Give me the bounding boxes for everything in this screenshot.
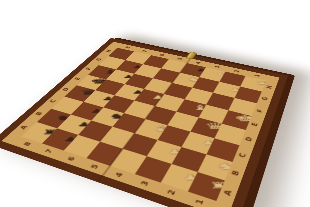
coordinate-label-7: 7	[34, 143, 64, 159]
square-b4[interactable]	[123, 133, 158, 156]
coordinate-label-8: 8	[12, 137, 42, 152]
piece-white-pawn-a2[interactable]: ♟	[176, 174, 205, 182]
coordinate-label-5: 5	[79, 158, 110, 175]
square-d4[interactable]	[145, 106, 176, 125]
piece-white-rook-h1[interactable]: ♜	[250, 81, 273, 86]
square-a7[interactable]: ♟	[42, 128, 78, 150]
square-b7[interactable]: ♟	[57, 115, 91, 135]
piece-black-queen-d8[interactable]: ♛	[77, 89, 101, 96]
coordinate-label-6: 6	[56, 151, 87, 168]
border-corner	[2, 133, 21, 145]
border-corner	[212, 201, 232, 207]
square-b8[interactable]: ♞	[37, 109, 71, 129]
coordinate-label-3: 3	[128, 174, 161, 193]
coordinate-label-D: D	[239, 130, 258, 149]
board-grid: ABCDEFGH8♜♞♛♚♝87♟♟♟♟♟♟76♞♟65♟54♝♞♟43♟♝♟3…	[2, 42, 280, 207]
piece-white-pawn-e5[interactable]: ♟	[147, 95, 170, 100]
piece-black-pawn-g7[interactable]: ♟	[127, 65, 147, 69]
square-c3[interactable]	[158, 125, 191, 147]
piece-black-pawn-h4[interactable]: ♟	[191, 68, 212, 72]
piece-black-pawn-b7[interactable]: ♟	[71, 122, 97, 128]
piece-white-pawn-g2[interactable]: ♟	[224, 87, 247, 91]
piece-black-king-e8[interactable]: ♚	[88, 78, 110, 85]
square-a2[interactable]: ♟	[161, 164, 198, 192]
square-a6[interactable]	[64, 135, 100, 158]
piece-black-bishop-f8[interactable]: ♝	[99, 69, 120, 74]
piece-white-knight-b1[interactable]: ♞	[211, 162, 240, 171]
square-a5[interactable]	[86, 142, 122, 166]
piece-white-pawn-h3[interactable]: ♟	[210, 72, 232, 76]
square-a3[interactable]	[135, 156, 172, 182]
piece-white-rook-a1[interactable]: ♜	[203, 181, 234, 190]
square-d3[interactable]	[167, 112, 198, 132]
square-c2[interactable]: ♟	[181, 132, 214, 155]
piece-white-queen-d2[interactable]: ♛	[202, 122, 228, 131]
coordinate-label-C: C	[232, 145, 252, 166]
piece-black-pawn-e6[interactable]: ♟	[127, 90, 149, 95]
square-e1[interactable]: ♚	[222, 110, 252, 130]
square-d1[interactable]	[214, 124, 245, 146]
square-b3[interactable]: ♟	[147, 140, 182, 164]
square-a4[interactable]	[110, 149, 147, 174]
piece-black-pawn-d7[interactable]: ♟	[96, 96, 119, 101]
coordinate-label-B: B	[27, 106, 52, 122]
square-b1[interactable]: ♞	[198, 154, 233, 180]
square-c1[interactable]	[206, 138, 239, 162]
square-a8[interactable]: ♜	[21, 122, 57, 143]
piece-black-pawn-a7[interactable]: ♟	[57, 136, 84, 142]
square-b2[interactable]	[172, 147, 207, 172]
piece-white-pawn-c2[interactable]: ♟	[195, 140, 222, 146]
piece-white-pawn-b3[interactable]: ♟	[161, 148, 188, 155]
coordinate-label-1: 1	[182, 192, 216, 207]
coordinate-label-4: 4	[103, 166, 135, 184]
chess-set-photo: ABCDEFGH8♜♞♛♚♝87♟♟♟♟♟♟76♞♟65♟54♝♞♟43♟♝♟3…	[43, 0, 267, 207]
chess-board: ABCDEFGH8♜♞♛♚♝87♟♟♟♟♟♟76♞♟65♟54♝♞♟43♟♝♟3…	[0, 38, 288, 207]
piece-white-knight-g4[interactable]: ♞	[183, 77, 205, 82]
coordinate-label-A: A	[216, 180, 239, 206]
piece-black-knight-b8[interactable]: ♞	[50, 114, 76, 121]
piece-black-knight-c6[interactable]: ♞	[105, 113, 130, 120]
square-d2[interactable]: ♛	[190, 118, 221, 139]
square-c5[interactable]	[113, 113, 146, 133]
piece-white-king-e1[interactable]: ♚	[232, 114, 259, 123]
coordinate-label-B: B	[225, 162, 247, 185]
piece-black-pawn-f7[interactable]: ♟	[118, 75, 139, 79]
piece-white-bishop-c4[interactable]: ♝	[148, 125, 173, 133]
coordinate-label-2: 2	[155, 183, 188, 203]
square-c4[interactable]: ♝	[135, 119, 168, 140]
square-a1[interactable]: ♜	[188, 172, 225, 201]
piece-white-bishop-e3[interactable]: ♝	[188, 104, 212, 111]
square-b5[interactable]	[100, 127, 134, 149]
piece-black-rook-a8[interactable]: ♜	[36, 129, 63, 136]
coordinate-label-E: E	[246, 116, 264, 133]
square-b6[interactable]	[78, 121, 112, 142]
coordinate-label-A: A	[11, 119, 37, 137]
